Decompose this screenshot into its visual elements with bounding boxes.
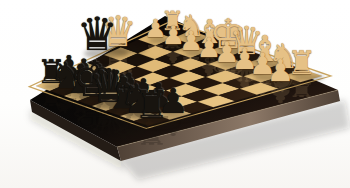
pieces-layer: ♜♜♞♞♝♝♚♚♛♛♝♝♞♞♜♜♟♟♟♟♟♟♟♟♟♟♟♟♟♟♟♟♟♟♟♟♟♟♟♟…	[0, 0, 350, 188]
piece-cast-shadow	[293, 74, 324, 81]
piece-white-pawn-g2 pawn-icon: ♟	[233, 50, 292, 80]
piece-black-knight-b8 knight-icon: ♞	[30, 58, 103, 94]
piece-reflection: ♚	[45, 105, 144, 135]
piece-reflection: ♛	[208, 61, 285, 84]
piece-reflection: ♟	[216, 74, 274, 91]
piece-black-pawn-g7 pawn-icon: ♟	[125, 79, 192, 112]
piece-reflection: ♟	[139, 118, 208, 139]
piece-cast-shadow	[61, 76, 88, 82]
piece-cast-shadow	[184, 50, 209, 56]
piece-reflection: ♜	[146, 35, 199, 51]
piece-black-bishop-c8 bishop-icon: ♝	[40, 59, 120, 99]
piece-reflection: ♜	[113, 125, 190, 148]
piece-white-bishop-c1 bishop-icon: ♝	[176, 15, 242, 48]
piece-reflection: ♜	[269, 80, 334, 99]
piece-black-pawn-d7 pawn-icon: ♟	[82, 66, 144, 97]
piece-reflection: ♛	[51, 57, 143, 85]
piece-reflection: ♜	[19, 89, 84, 108]
piece-cast-shadow	[254, 74, 282, 81]
piece-white-queen-e1 queen-icon: ♛	[208, 22, 285, 61]
piece-reflection: ♞	[30, 94, 103, 116]
piece-cast-shadow	[106, 45, 146, 54]
piece-black-knight-g8 knight-icon: ♞	[97, 79, 179, 120]
piece-cast-shadow	[272, 81, 301, 88]
piece-cast-shadow	[200, 42, 232, 49]
piece-cast-shadow	[56, 87, 90, 95]
piece-cast-shadow	[217, 47, 256, 56]
piece-cast-shadow	[255, 61, 289, 69]
piece-white-bishop-f1 bishop-icon: ♝	[229, 31, 301, 67]
piece-white-pawn-h2 pawn-icon: ♟	[250, 56, 311, 86]
piece-reflection: ♟	[125, 113, 192, 133]
piece-reflection: ♟	[97, 102, 161, 121]
piece-reflection: ♟	[111, 107, 176, 127]
piece-reflection: ♟	[130, 42, 180, 57]
piece-white-pawn-e2 pawn-icon: ♟	[199, 39, 255, 67]
piece-reflection: ♟	[148, 49, 199, 64]
piece-reflection: ♛	[76, 53, 160, 78]
piece-black-pawn-c7 pawn-icon: ♟	[68, 61, 129, 91]
piece-white-pawn-a2 pawn-icon: ♟	[130, 17, 180, 42]
piece-black-pawn-f7 pawn-icon: ♟	[111, 75, 176, 108]
piece-cast-shadow	[90, 86, 119, 93]
chess-set-product-photo: ♜♜♞♞♝♝♚♚♛♛♝♝♞♞♜♜♟♟♟♟♟♟♟♟♟♟♟♟♟♟♟♟♟♟♟♟♟♟♟♟…	[0, 0, 350, 188]
piece-cast-shadow	[141, 118, 177, 126]
piece-black-bishop-f8 bishop-icon: ♝	[80, 72, 166, 115]
piece-reflection: ♟	[54, 86, 113, 104]
piece-cast-shadow	[69, 92, 107, 101]
piece-reflection: ♟	[68, 91, 129, 109]
piece-black-rook-h8 rook-icon: ♜	[113, 86, 190, 124]
piece-reflection: ♟	[165, 55, 218, 71]
piece-reflection: ♟	[199, 67, 255, 84]
piece-cast-shadow	[126, 112, 165, 121]
extra-queen-white-off-board queen-icon: ♛	[76, 11, 160, 53]
piece-cast-shadow	[237, 68, 264, 74]
piece-reflection: ♟	[182, 61, 237, 77]
piece-cast-shadow	[81, 96, 128, 107]
piece-cast-shadow	[183, 36, 211, 43]
piece-reflection: ♟	[233, 80, 292, 98]
piece-white-pawn-f2 pawn-icon: ♟	[216, 45, 274, 74]
piece-cast-shadow	[105, 91, 135, 98]
piece-cast-shadow	[164, 112, 197, 120]
piece-reflection: ♞	[161, 41, 221, 59]
piece-cast-shadow	[148, 38, 172, 43]
piece-cast-shadow	[165, 30, 190, 36]
piece-cast-shadow	[76, 81, 104, 88]
piece-reflection: ♟	[82, 97, 144, 116]
piece-cast-shadow	[149, 107, 181, 114]
piece-reflection: ♝	[40, 99, 120, 123]
piece-black-pawn-b7 pawn-icon: ♟	[54, 56, 113, 86]
piece-reflection: ♟	[40, 81, 98, 98]
piece-cast-shadow	[84, 48, 128, 58]
piece-black-pawn-h7 pawn-icon: ♟	[139, 84, 208, 118]
piece-reflection: ♚	[187, 55, 269, 80]
piece-black-pawn-e7 pawn-icon: ♟	[97, 70, 161, 102]
piece-cast-shadow	[219, 62, 246, 68]
piece-cast-shadow	[236, 54, 273, 63]
piece-black-rook-a8 rook-icon: ♜	[19, 56, 84, 88]
piece-white-pawn-d2 pawn-icon: ♟	[182, 34, 237, 61]
piece-reflection: ♟	[250, 86, 311, 104]
piece-reflection: ♝	[229, 67, 301, 89]
piece-white-knight-b1 knight-icon: ♞	[161, 11, 221, 41]
piece-cast-shadow	[120, 96, 150, 103]
piece-cast-shadow	[111, 107, 152, 117]
piece-cast-shadow	[166, 44, 190, 50]
piece-cast-shadow	[201, 56, 227, 62]
piece-cast-shadow	[96, 101, 140, 111]
piece-reflection: ♛	[62, 110, 155, 138]
piece-reflection: ♝	[176, 48, 242, 68]
piece-white-pawn-b2 pawn-icon: ♟	[148, 23, 199, 49]
piece-reflection: ♝	[80, 115, 166, 141]
piece-white-pawn-c2 pawn-icon: ♟	[165, 28, 218, 55]
piece-cast-shadow	[134, 101, 165, 108]
piece-reflection: ♞	[97, 120, 179, 145]
piece-cast-shadow	[274, 67, 307, 75]
piece-black-king-d8 king-icon: ♚	[45, 55, 144, 104]
piece-white-rook-h1 rook-icon: ♜	[269, 47, 334, 79]
piece-black-pawn-a7 pawn-icon: ♟	[40, 52, 98, 81]
piece-black-queen-e8 queen-icon: ♛	[62, 63, 155, 109]
piece-cast-shadow	[43, 83, 74, 90]
extra-queen-black-off-board queen-icon: ♛	[51, 11, 143, 57]
piece-white-rook-a1 rook-icon: ♜	[146, 8, 199, 35]
piece-white-king-d1 king-icon: ♚	[187, 14, 269, 55]
piece-white-knight-g1 knight-icon: ♞	[249, 39, 318, 73]
piece-reflection: ♞	[249, 74, 318, 95]
